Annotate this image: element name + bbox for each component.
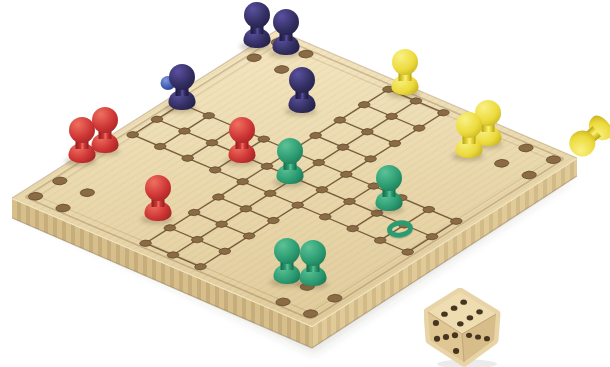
peg-head (169, 64, 195, 90)
peg-head (229, 117, 255, 143)
peg-green-home-1[interactable] (273, 238, 301, 284)
peg-head (289, 67, 315, 93)
peg-head (392, 49, 418, 75)
peg-blue-track-2[interactable] (288, 67, 316, 113)
die[interactable] (424, 288, 510, 367)
peg-blue-track-1[interactable] (168, 64, 196, 110)
peg-green-track-2[interactable] (375, 165, 403, 211)
peg-head (145, 175, 171, 201)
peg-green-home-2[interactable] (299, 240, 327, 286)
peg-red-track-2[interactable] (144, 175, 172, 221)
peg-head (274, 238, 300, 264)
peg-yellow-track-1[interactable] (391, 49, 419, 95)
peg-green-track-1[interactable] (276, 138, 304, 184)
peg-head (244, 2, 270, 28)
peg-head (273, 9, 299, 35)
peg-head (69, 117, 95, 143)
peg-red-home-1[interactable] (68, 117, 96, 163)
peg-yellow-home-1[interactable] (455, 112, 483, 158)
peg-red-track-1[interactable] (228, 117, 256, 163)
scene (0, 0, 610, 367)
ludo-board (0, 0, 610, 367)
peg-head (300, 240, 326, 266)
peg-head (456, 112, 482, 138)
peg-blue-home-2[interactable] (272, 9, 300, 55)
peg-blue-home-1[interactable] (243, 2, 271, 48)
peg-head (277, 138, 303, 164)
peg-head (376, 165, 402, 191)
